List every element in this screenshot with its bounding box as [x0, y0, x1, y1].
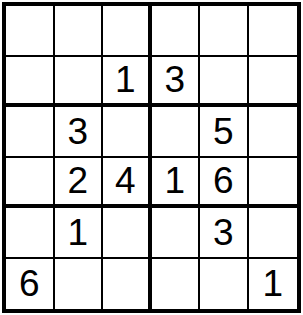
cell-r3c2-given[interactable]: 3 [55, 107, 104, 158]
page: 133524161361 [0, 0, 303, 315]
cell-r3c3-empty[interactable] [103, 107, 152, 158]
cell-r4c5-given[interactable]: 6 [200, 158, 249, 209]
cell-r4c1-empty[interactable] [6, 158, 55, 209]
cell-r1c3-empty[interactable] [103, 6, 152, 57]
cell-r1c5-empty[interactable] [200, 6, 249, 57]
cell-r2c2-empty[interactable] [55, 57, 104, 108]
cell-r6c3-empty[interactable] [103, 259, 152, 310]
cell-r1c4-empty[interactable] [152, 6, 201, 57]
cell-r4c6-empty[interactable] [249, 158, 298, 209]
cell-r2c6-empty[interactable] [249, 57, 298, 108]
cell-r1c1-empty[interactable] [6, 6, 55, 57]
cell-r3c4-empty[interactable] [152, 107, 201, 158]
cell-r6c2-empty[interactable] [55, 259, 104, 310]
cell-r6c5-empty[interactable] [200, 259, 249, 310]
cell-r2c3-given[interactable]: 1 [103, 57, 152, 108]
cell-r1c2-empty[interactable] [55, 6, 104, 57]
cell-r4c2-given[interactable]: 2 [55, 158, 104, 209]
cell-r2c1-empty[interactable] [6, 57, 55, 108]
cell-r3c1-empty[interactable] [6, 107, 55, 158]
cell-r5c4-empty[interactable] [152, 208, 201, 259]
cell-r3c5-given[interactable]: 5 [200, 107, 249, 158]
cell-r4c3-given[interactable]: 4 [103, 158, 152, 209]
cell-r1c6-empty[interactable] [249, 6, 298, 57]
cell-r5c6-empty[interactable] [249, 208, 298, 259]
cell-r4c4-given[interactable]: 1 [152, 158, 201, 209]
sudoku-board: 133524161361 [2, 2, 301, 313]
cell-r5c3-empty[interactable] [103, 208, 152, 259]
cell-r5c2-given[interactable]: 1 [55, 208, 104, 259]
cell-r3c6-empty[interactable] [249, 107, 298, 158]
cell-r2c5-empty[interactable] [200, 57, 249, 108]
cell-r6c6-given[interactable]: 1 [249, 259, 298, 310]
cell-r2c4-given[interactable]: 3 [152, 57, 201, 108]
cell-r5c1-empty[interactable] [6, 208, 55, 259]
cell-r5c5-given[interactable]: 3 [200, 208, 249, 259]
cell-r6c1-given[interactable]: 6 [6, 259, 55, 310]
cell-r6c4-empty[interactable] [152, 259, 201, 310]
